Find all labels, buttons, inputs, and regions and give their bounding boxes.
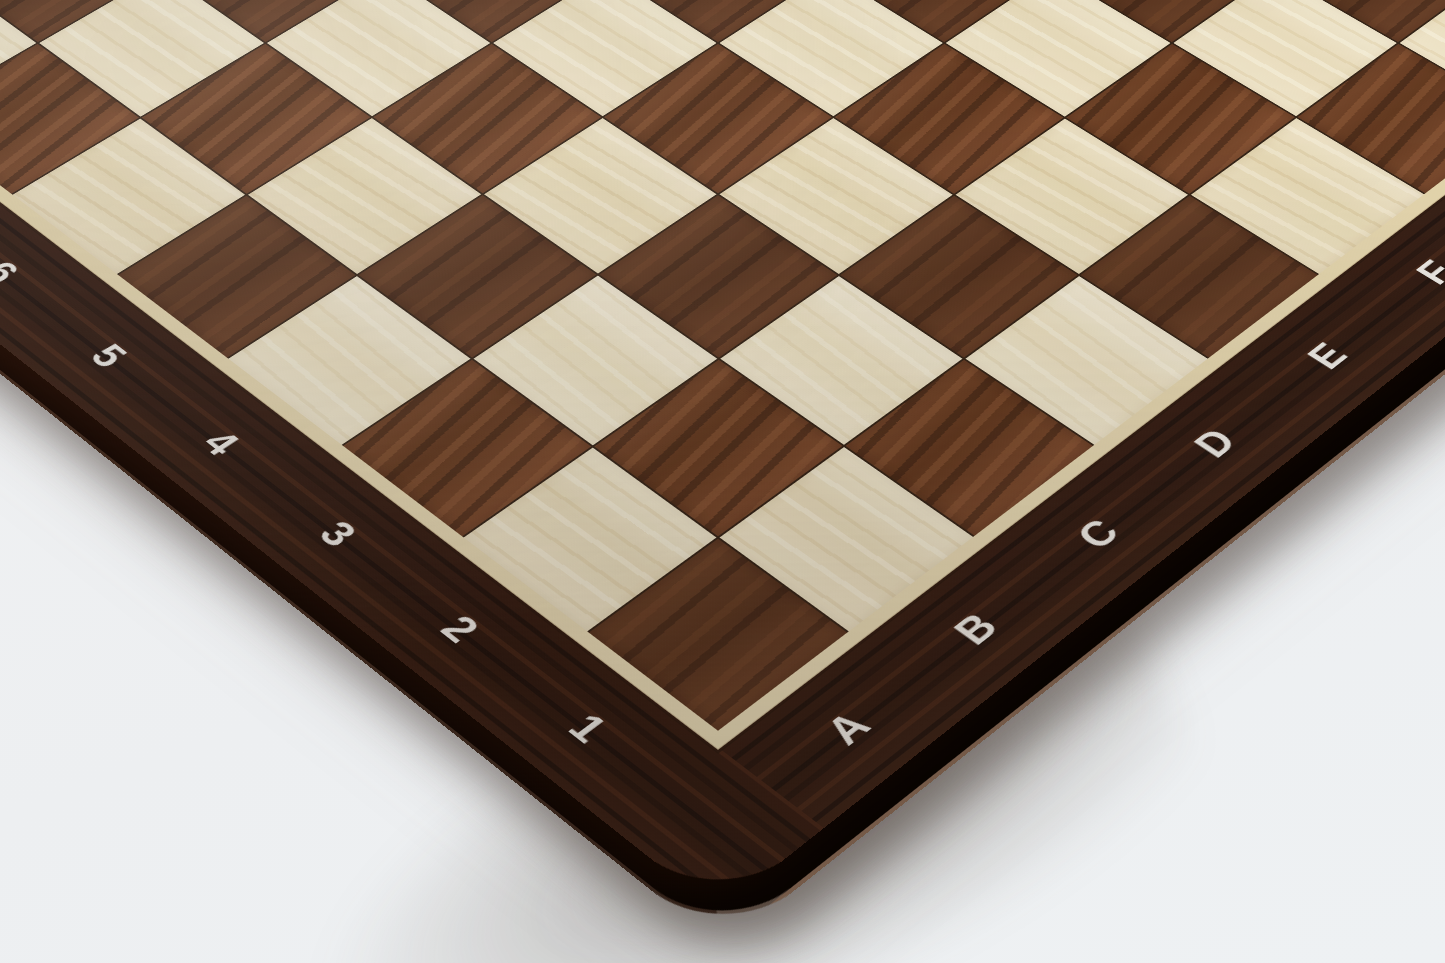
photo-background: ABCDEFGH12345678: [0, 0, 1445, 963]
